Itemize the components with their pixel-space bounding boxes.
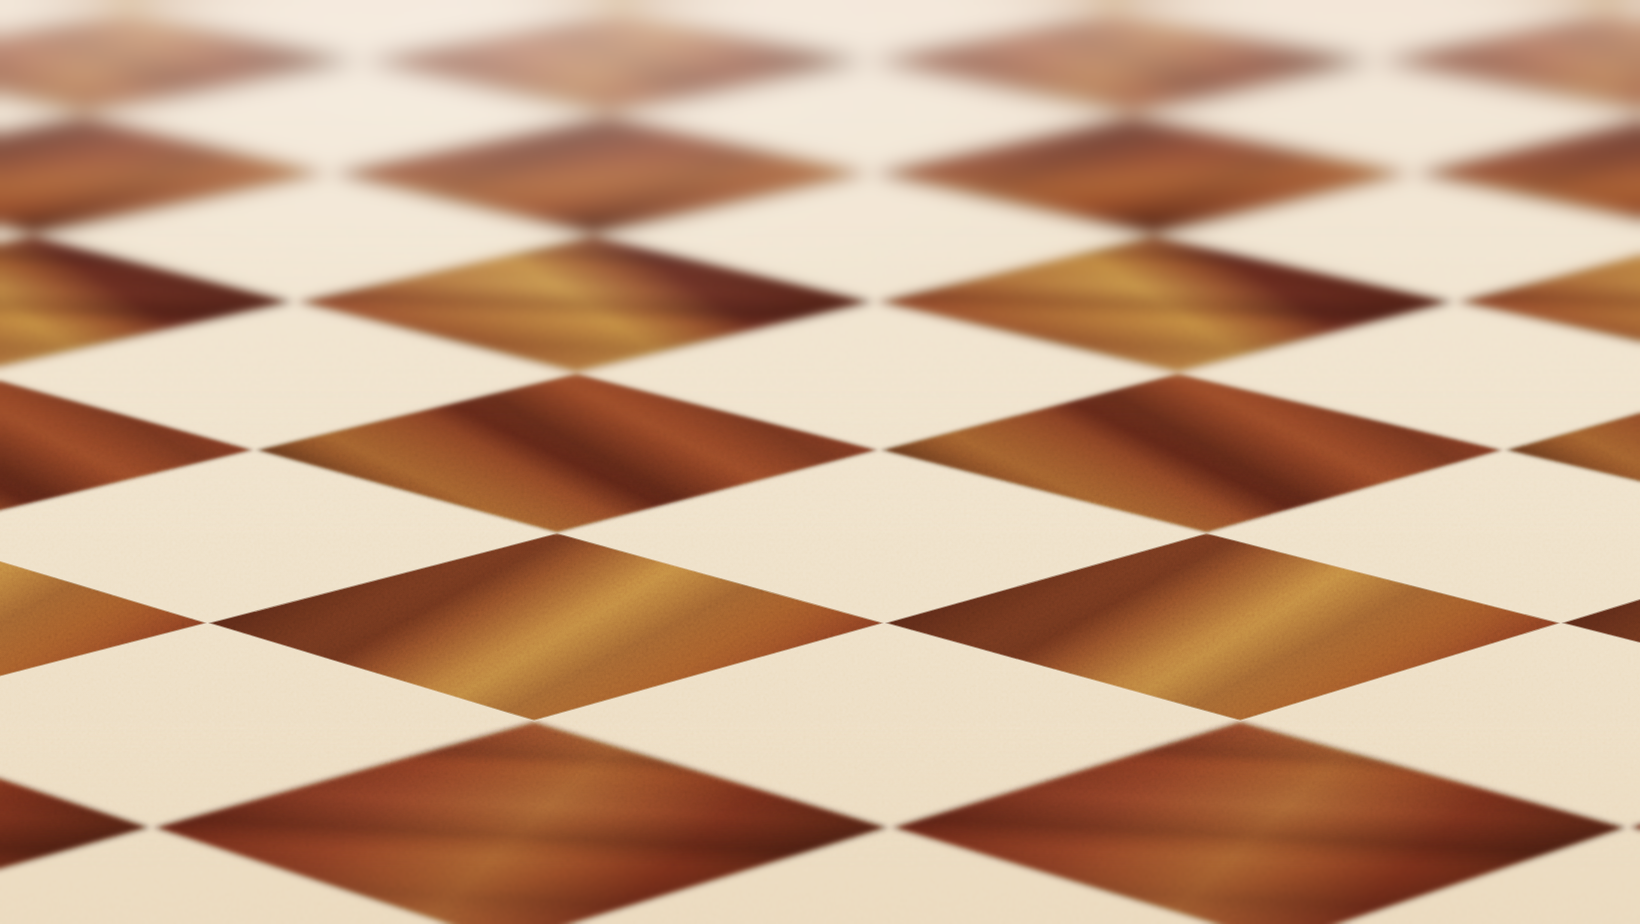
chessboard-photo — [0, 0, 1640, 924]
chessboard — [0, 0, 1640, 924]
marble-grain-texture — [0, 0, 1640, 924]
